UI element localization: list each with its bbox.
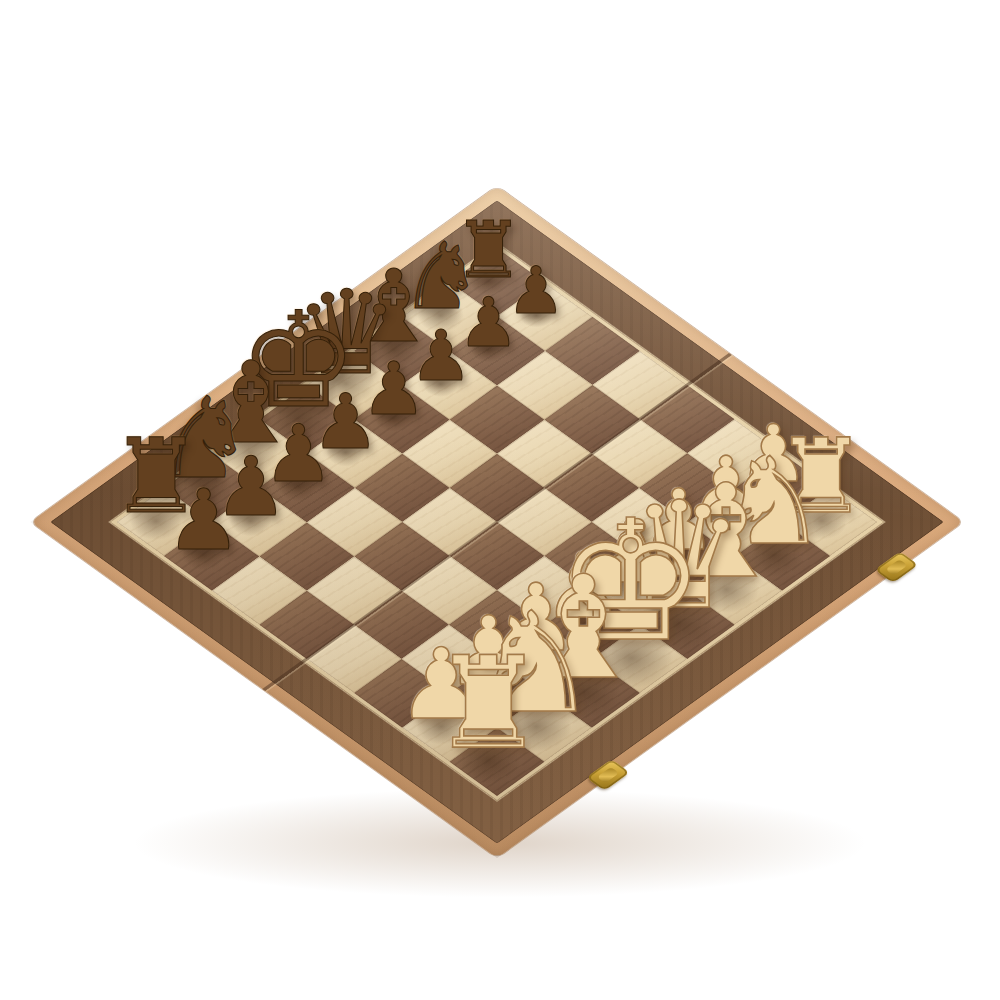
white-knight-glyph: ♞ — [386, 595, 686, 734]
black-bishop-glyph: ♝ — [101, 347, 401, 460]
piece-shadow — [463, 331, 515, 368]
piece-shadow — [622, 583, 735, 664]
piece-shadow — [171, 532, 235, 578]
piece-shadow — [219, 498, 282, 543]
piece-shadow — [452, 666, 525, 718]
piece-shadow — [728, 522, 820, 588]
white-pawn-glyph: ♟ — [291, 636, 591, 734]
product-photo-scene: ♜♞♝♛♚♝♞♜♟♟♟♟♟♟♟♟♟♟♟♟♟♟♟♟♜♞♝♛♚♝♞♜ — [0, 0, 1000, 1000]
chess-board: ♜♞♝♛♚♝♞♜♟♟♟♟♟♟♟♟♟♟♟♟♟♟♟♟♜♞♝♛♚♝♞♜ — [30, 186, 963, 858]
piece-shadow — [160, 456, 246, 518]
piece-shadow — [529, 653, 637, 731]
piece-shadow — [567, 612, 695, 704]
piece-shadow — [404, 699, 479, 753]
white-pawn-glyph: ♟ — [386, 572, 686, 665]
black-pawn-glyph: ♟ — [291, 321, 591, 391]
piece-shadow — [414, 365, 467, 403]
white-pawn-glyph: ♟ — [339, 604, 639, 699]
piece-shadow — [317, 432, 375, 474]
black-knight-glyph: ♞ — [53, 382, 353, 494]
piece-shadow — [355, 322, 431, 377]
white-rook-glyph: ♜ — [339, 641, 639, 768]
piece-shadow — [695, 498, 758, 543]
white-pawn-glyph: ♟ — [576, 446, 876, 528]
white-bishop-glyph: ♝ — [576, 468, 876, 597]
piece-shadow — [511, 298, 561, 334]
white-pawn-glyph: ♟ — [529, 478, 829, 562]
piece-shadow — [647, 532, 711, 578]
black-pawn-glyph: ♟ — [53, 478, 353, 562]
black-king-glyph: ♚ — [148, 293, 448, 425]
piece-shadow — [116, 493, 195, 550]
black-queen-glyph: ♛ — [196, 275, 496, 391]
white-king-glyph: ♚ — [481, 498, 781, 665]
piece-shadow — [501, 632, 572, 683]
black-pawn-glyph: ♟ — [386, 258, 686, 323]
piece-shadow — [440, 726, 537, 796]
black-knight-glyph: ♞ — [291, 231, 591, 323]
piece-shadow — [406, 290, 476, 341]
black-pawn-glyph: ♟ — [148, 415, 448, 494]
white-rook-glyph: ♜ — [671, 425, 971, 528]
piece-shadow — [268, 465, 328, 508]
piece-shadow — [677, 554, 776, 625]
piece-shadow — [549, 599, 618, 648]
piece-shadow — [744, 465, 804, 508]
white-bishop-glyph: ♝ — [434, 557, 734, 699]
piece-shadow — [208, 421, 294, 483]
piece-shadow — [366, 398, 422, 438]
piece-shadow — [598, 566, 664, 614]
piece-shadow — [483, 688, 589, 764]
black-pawn-glyph: ♟ — [243, 352, 543, 425]
white-pawn-glyph: ♟ — [624, 415, 924, 494]
white-pawn-glyph: ♟ — [434, 541, 734, 631]
black-rook-glyph: ♜ — [6, 425, 306, 528]
black-rook-glyph: ♜ — [339, 210, 639, 288]
black-bishop-glyph: ♝ — [243, 257, 543, 357]
black-pawn-glyph: ♟ — [196, 384, 496, 460]
piece-shadow — [248, 382, 349, 455]
white-knight-glyph: ♞ — [624, 442, 924, 562]
black-pawn-glyph: ♟ — [101, 446, 401, 528]
piece-shadow — [302, 352, 391, 416]
white-queen-glyph: ♛ — [529, 483, 829, 631]
piece-shadow — [782, 493, 861, 550]
piece-shadow — [459, 260, 519, 303]
white-pawn-glyph: ♟ — [481, 510, 781, 597]
black-pawn-glyph: ♟ — [339, 289, 639, 357]
